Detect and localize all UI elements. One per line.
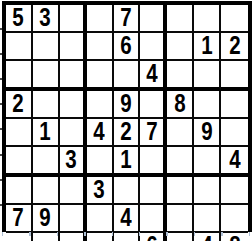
sudoku-cell-r6c5[interactable]: 1 — [114, 147, 141, 177]
sudoku-cell-r7c5[interactable] — [114, 177, 141, 205]
sudoku-cell-r5c1[interactable] — [6, 119, 33, 147]
sudoku-cell-r6c8[interactable] — [194, 147, 221, 177]
given-digit: 7 — [13, 205, 24, 231]
given-digit: 9 — [40, 205, 51, 231]
given-digit: 6 — [120, 33, 131, 59]
sudoku-cell-r7c9[interactable] — [221, 177, 248, 205]
sudoku-cell-r1c3[interactable] — [60, 5, 87, 33]
sudoku-cell-r7c8[interactable] — [194, 177, 221, 205]
sudoku-cell-r5c6[interactable]: 7 — [140, 119, 167, 147]
given-digit: 7 — [146, 119, 157, 145]
sudoku-cell-r8c6[interactable] — [140, 205, 167, 233]
sudoku-cell-r5c8[interactable]: 9 — [194, 119, 221, 147]
sudoku-cell-r3c6[interactable]: 4 — [140, 61, 167, 91]
given-digit: 8 — [174, 91, 185, 117]
sudoku-cell-r1c2[interactable]: 3 — [33, 5, 60, 33]
sudoku-cell-r3c4[interactable] — [87, 61, 114, 91]
given-digit: 9 — [201, 119, 212, 145]
sudoku-cell-r7c4[interactable]: 3 — [87, 177, 114, 205]
sudoku-cell-r4c1[interactable]: 2 — [6, 91, 33, 119]
sudoku-cell-r6c9[interactable]: 4 — [221, 147, 248, 177]
sudoku-cell-r7c2[interactable] — [33, 177, 60, 205]
sudoku-cell-r1c1[interactable]: 5 — [6, 5, 33, 33]
sudoku-cell-r7c7[interactable] — [167, 177, 194, 205]
sudoku-cell-r2c3[interactable] — [60, 33, 87, 61]
sudoku-cell-r1c6[interactable] — [140, 5, 167, 33]
sudoku-cell-r8c2[interactable]: 9 — [33, 205, 60, 233]
sudoku-cell-r7c6[interactable] — [140, 177, 167, 205]
sudoku-cell-r8c3[interactable] — [60, 205, 87, 233]
sudoku-cell-r3c7[interactable] — [167, 61, 194, 91]
sudoku-cell-r6c7[interactable] — [167, 147, 194, 177]
sudoku-cell-r1c5[interactable]: 7 — [114, 5, 141, 33]
sudoku-cell-r8c1[interactable]: 7 — [6, 205, 33, 233]
sudoku-cell-r4c6[interactable] — [140, 91, 167, 119]
sudoku-cell-r4c5[interactable]: 9 — [114, 91, 141, 119]
given-digit: 2 — [13, 91, 24, 117]
sudoku-cell-r5c9[interactable] — [221, 119, 248, 147]
left-gridline-tick-marks — [0, 5, 2, 227]
sudoku-cell-r6c3[interactable]: 3 — [60, 147, 87, 177]
given-digit: 1 — [201, 33, 212, 59]
sudoku-screenshot: 5376124298142793143794648 — [0, 0, 252, 241]
sudoku-cell-r2c4[interactable] — [87, 33, 114, 61]
sudoku-cell-r2c1[interactable] — [6, 33, 33, 61]
sudoku-cell-r2c2[interactable] — [33, 33, 60, 61]
bottom-gridline-tick-marks — [2, 232, 252, 236]
sudoku-cell-r5c5[interactable]: 2 — [114, 119, 141, 147]
given-digit: 1 — [40, 119, 51, 145]
given-digit: 4 — [120, 205, 131, 231]
given-digit: 3 — [40, 5, 51, 31]
given-digit: 2 — [120, 119, 131, 145]
sudoku-cell-r8c7[interactable] — [167, 205, 194, 233]
sudoku-cell-r8c5[interactable]: 4 — [114, 205, 141, 233]
sudoku-cell-r5c2[interactable]: 1 — [33, 119, 60, 147]
sudoku-cell-r5c7[interactable] — [167, 119, 194, 147]
sudoku-cell-r8c8[interactable] — [194, 205, 221, 233]
sudoku-cell-r1c9[interactable] — [221, 5, 248, 33]
sudoku-cell-r3c2[interactable] — [33, 61, 60, 91]
sudoku-cell-r6c4[interactable] — [87, 147, 114, 177]
given-digit: 2 — [229, 33, 240, 59]
sudoku-cell-r1c7[interactable] — [167, 5, 194, 33]
sudoku-cell-r3c9[interactable] — [221, 61, 248, 91]
sudoku-cell-r8c4[interactable] — [87, 205, 114, 233]
sudoku-cell-r4c8[interactable] — [194, 91, 221, 119]
sudoku-cell-r4c2[interactable] — [33, 91, 60, 119]
sudoku-cell-r2c7[interactable] — [167, 33, 194, 61]
given-digit: 3 — [66, 147, 77, 173]
sudoku-cell-r6c1[interactable] — [6, 147, 33, 177]
sudoku-cell-r2c9[interactable]: 2 — [221, 33, 248, 61]
sudoku-cell-r1c4[interactable] — [87, 5, 114, 33]
sudoku-cell-r3c5[interactable] — [114, 61, 141, 91]
sudoku-cell-r4c7[interactable]: 8 — [167, 91, 194, 119]
sudoku-cell-r6c6[interactable] — [140, 147, 167, 177]
sudoku-cell-r5c4[interactable]: 4 — [87, 119, 114, 147]
sudoku-cell-r8c9[interactable] — [221, 205, 248, 233]
given-digit: 9 — [120, 91, 131, 117]
sudoku-cell-r2c6[interactable] — [140, 33, 167, 61]
sudoku-cell-r5c3[interactable] — [60, 119, 87, 147]
sudoku-cell-r4c9[interactable] — [221, 91, 248, 119]
sudoku-cell-r4c4[interactable] — [87, 91, 114, 119]
given-digit: 4 — [146, 61, 157, 87]
given-digit: 4 — [93, 119, 104, 145]
sudoku-cell-r2c8[interactable]: 1 — [194, 33, 221, 61]
sudoku-board: 5376124298142793143794648 — [2, 1, 252, 232]
sudoku-cell-r1c8[interactable] — [194, 5, 221, 33]
sudoku-cell-r4c3[interactable] — [60, 91, 87, 119]
given-digit: 5 — [13, 5, 24, 31]
given-digit: 3 — [93, 177, 104, 203]
sudoku-cell-r7c3[interactable] — [60, 177, 87, 205]
sudoku-cell-r7c1[interactable] — [6, 177, 33, 205]
given-digit: 1 — [120, 147, 131, 173]
sudoku-cell-r6c2[interactable] — [33, 147, 60, 177]
given-digit: 7 — [120, 5, 131, 31]
sudoku-cell-r3c3[interactable] — [60, 61, 87, 91]
sudoku-cell-r3c8[interactable] — [194, 61, 221, 91]
sudoku-cell-r2c5[interactable]: 6 — [114, 33, 141, 61]
sudoku-cell-r3c1[interactable] — [6, 61, 33, 91]
given-digit: 4 — [229, 147, 240, 173]
